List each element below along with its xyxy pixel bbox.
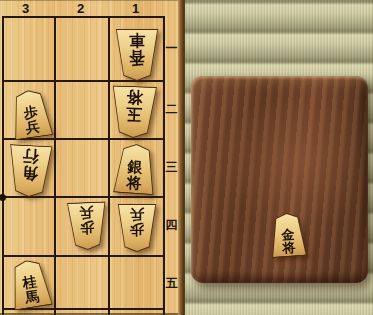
piece-face: 桂馬 — [8, 258, 53, 309]
shogi-piece-lance-gote[interactable]: 香車 — [115, 29, 159, 81]
file-label-3: 3 — [22, 1, 29, 16]
shogi-piece-gold-sente[interactable]: 金将 — [270, 213, 306, 257]
piece-face: 歩兵 — [67, 202, 107, 249]
grid-line-vertical — [2, 16, 4, 315]
rank-label-2: 二 — [166, 101, 178, 118]
rank-label-3: 三 — [166, 159, 178, 176]
shogi-piece-knight-sente[interactable]: 桂馬 — [10, 260, 50, 308]
piece-kanji: 歩 — [130, 221, 144, 235]
piece-face: 銀将 — [113, 144, 156, 195]
file-label-2: 2 — [77, 1, 84, 16]
piece-kanji: 将 — [281, 240, 295, 254]
piece-kanji: 歩 — [80, 219, 94, 234]
star-point — [0, 194, 6, 201]
shogi-piece-pawn-sente[interactable]: 歩兵 — [11, 90, 51, 138]
piece-kanji: 香 — [129, 48, 145, 64]
shogi-game-screen: 321一二三四五 香車玉将歩兵角行銀将歩兵歩兵桂馬金将 — [0, 0, 373, 315]
rank-label-5: 五 — [166, 275, 178, 292]
shogi-piece-pawn-gote[interactable]: 歩兵 — [117, 204, 157, 252]
piece-face: 玉将 — [111, 86, 157, 138]
piece-kanji: 将 — [126, 175, 142, 191]
piece-face: 香車 — [116, 30, 158, 80]
board-right-edge — [178, 0, 185, 315]
piece-face: 歩兵 — [118, 205, 156, 251]
shogi-piece-king-gote[interactable]: 玉将 — [111, 86, 157, 138]
piece-kanji: 兵 — [25, 120, 41, 136]
shogi-piece-silver-sente[interactable]: 銀将 — [114, 144, 156, 194]
grid-line-horizontal — [2, 16, 165, 18]
piece-face: 歩兵 — [9, 89, 53, 140]
piece-face: 金将 — [269, 212, 306, 256]
rank-label-1: 一 — [166, 40, 178, 57]
file-label-1: 1 — [132, 1, 139, 16]
piece-kanji: 行 — [22, 148, 39, 165]
grid-line-vertical — [54, 16, 56, 315]
piece-face: 角行 — [8, 145, 53, 197]
piece-kanji: 角 — [22, 164, 39, 181]
piece-kanji: 金 — [280, 227, 294, 241]
piece-kanji: 玉 — [125, 105, 142, 122]
piece-kanji: 兵 — [130, 207, 144, 221]
piece-kanji: 車 — [129, 32, 145, 48]
piece-kanji: 兵 — [79, 205, 93, 220]
shogi-piece-pawn-gote[interactable]: 歩兵 — [67, 202, 107, 250]
piece-kanji: 将 — [126, 89, 143, 106]
grid-line-vertical — [108, 16, 110, 315]
shogi-piece-bishop-gote[interactable]: 角行 — [8, 145, 52, 197]
rank-label-4: 四 — [166, 217, 178, 234]
piece-kanji: 馬 — [24, 290, 40, 306]
grid-line-horizontal — [2, 255, 165, 257]
